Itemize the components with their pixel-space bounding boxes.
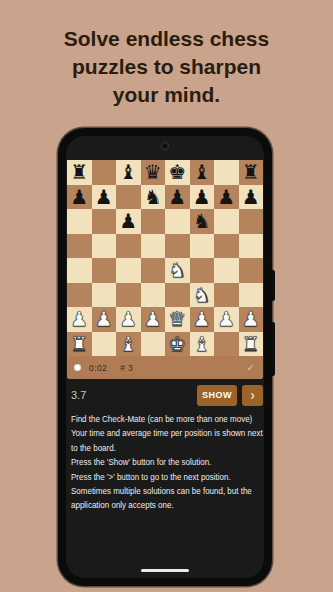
square-h8[interactable]: ♜ [239, 160, 264, 185]
square-b8[interactable] [92, 160, 117, 185]
next-button[interactable]: › [242, 385, 263, 406]
square-f3[interactable]: ♞ [190, 283, 215, 308]
piece-black-bishop: ♝ [193, 160, 211, 185]
square-g1[interactable] [214, 332, 239, 357]
square-d8[interactable]: ♛ [141, 160, 166, 185]
square-d4[interactable] [141, 258, 166, 283]
square-h7[interactable]: ♟ [239, 185, 264, 210]
square-e8[interactable]: ♚ [165, 160, 190, 185]
phone-frame: ♜♝♛♚♝♜♟♟♞♟♟♟♟♟♞♞♞♟♟♟♟♛♟♟♟♜♝♚♝♜ 0:02 # 3 … [58, 128, 272, 586]
check-icon: ✓ [247, 362, 255, 373]
square-f6[interactable]: ♞ [190, 209, 215, 234]
piece-white-rook: ♜ [242, 332, 260, 357]
square-g7[interactable]: ♟ [214, 185, 239, 210]
timer-text: 0:02 [89, 363, 107, 373]
piece-black-pawn: ♟ [70, 185, 88, 210]
square-a6[interactable] [67, 209, 92, 234]
move-status-bar: 0:02 # 3 ✓ [67, 356, 263, 379]
piece-white-pawn: ♟ [119, 307, 137, 332]
square-c6[interactable]: ♟ [116, 209, 141, 234]
headline: Solve endless chess puzzles to sharpen y… [0, 25, 333, 109]
square-a3[interactable] [67, 283, 92, 308]
piece-black-pawn: ♟ [119, 209, 137, 234]
square-b2[interactable]: ♟ [92, 307, 117, 332]
square-e2[interactable]: ♛ [165, 307, 190, 332]
turn-indicator-dot [74, 364, 81, 371]
puzzle-number: # 3 [120, 363, 133, 373]
square-h1[interactable]: ♜ [239, 332, 264, 357]
piece-black-knight: ♞ [144, 185, 162, 210]
average-time-label: 3.7 [71, 389, 86, 401]
piece-white-pawn: ♟ [95, 307, 113, 332]
square-h6[interactable] [239, 209, 264, 234]
square-g5[interactable] [214, 234, 239, 259]
piece-black-pawn: ♟ [242, 185, 260, 210]
square-f1[interactable]: ♝ [190, 332, 215, 357]
square-e4[interactable]: ♞ [165, 258, 190, 283]
square-g4[interactable] [214, 258, 239, 283]
square-a7[interactable]: ♟ [67, 185, 92, 210]
show-button[interactable]: SHOW [197, 385, 237, 406]
square-d7[interactable]: ♞ [141, 185, 166, 210]
square-d1[interactable] [141, 332, 166, 357]
square-b5[interactable] [92, 234, 117, 259]
piece-white-bishop: ♝ [119, 332, 137, 357]
square-a4[interactable] [67, 258, 92, 283]
piece-black-pawn: ♟ [95, 185, 113, 210]
square-f7[interactable]: ♟ [190, 185, 215, 210]
piece-black-pawn: ♟ [193, 185, 211, 210]
square-h4[interactable] [239, 258, 264, 283]
square-g6[interactable] [214, 209, 239, 234]
square-c3[interactable] [116, 283, 141, 308]
home-indicator[interactable] [141, 569, 189, 572]
square-a5[interactable] [67, 234, 92, 259]
phone-screen: ♜♝♛♚♝♜♟♟♞♟♟♟♟♟♞♞♞♟♟♟♟♛♟♟♟♜♝♚♝♜ 0:02 # 3 … [66, 136, 264, 578]
piece-black-queen: ♛ [144, 160, 162, 185]
chevron-right-icon: › [250, 387, 255, 403]
square-b4[interactable] [92, 258, 117, 283]
piece-white-pawn: ♟ [242, 307, 260, 332]
square-d3[interactable] [141, 283, 166, 308]
power-button [272, 270, 275, 301]
chess-board[interactable]: ♜♝♛♚♝♜♟♟♞♟♟♟♟♟♞♞♞♟♟♟♟♛♟♟♟♜♝♚♝♜ [67, 160, 263, 356]
square-h3[interactable] [239, 283, 264, 308]
square-a8[interactable]: ♜ [67, 160, 92, 185]
square-b6[interactable] [92, 209, 117, 234]
square-b1[interactable] [92, 332, 117, 357]
square-h2[interactable]: ♟ [239, 307, 264, 332]
square-d5[interactable] [141, 234, 166, 259]
square-h5[interactable] [239, 234, 264, 259]
piece-white-rook: ♜ [70, 332, 88, 357]
square-g3[interactable] [214, 283, 239, 308]
piece-black-pawn: ♟ [168, 185, 186, 210]
piece-black-rook: ♜ [70, 160, 88, 185]
piece-white-knight: ♞ [168, 258, 186, 283]
square-e5[interactable] [165, 234, 190, 259]
square-c1[interactable]: ♝ [116, 332, 141, 357]
square-c4[interactable] [116, 258, 141, 283]
volume-button [272, 322, 275, 376]
square-a2[interactable]: ♟ [67, 307, 92, 332]
piece-white-pawn: ♟ [70, 307, 88, 332]
square-a1[interactable]: ♜ [67, 332, 92, 357]
square-f2[interactable]: ♟ [190, 307, 215, 332]
controls-row: 3.7 SHOW › [67, 383, 263, 407]
square-f5[interactable] [190, 234, 215, 259]
square-c7[interactable] [116, 185, 141, 210]
square-b3[interactable] [92, 283, 117, 308]
piece-white-king: ♚ [168, 332, 186, 357]
piece-black-pawn: ♟ [217, 185, 235, 210]
piece-black-bishop: ♝ [119, 160, 137, 185]
piece-white-pawn: ♟ [144, 307, 162, 332]
square-g2[interactable]: ♟ [214, 307, 239, 332]
square-d6[interactable] [141, 209, 166, 234]
square-c8[interactable]: ♝ [116, 160, 141, 185]
piece-white-bishop: ♝ [193, 332, 211, 357]
square-c2[interactable]: ♟ [116, 307, 141, 332]
square-f8[interactable]: ♝ [190, 160, 215, 185]
square-c5[interactable] [116, 234, 141, 259]
square-e6[interactable] [165, 209, 190, 234]
square-e7[interactable]: ♟ [165, 185, 190, 210]
piece-black-rook: ♜ [242, 160, 260, 185]
square-d2[interactable]: ♟ [141, 307, 166, 332]
piece-white-knight: ♞ [193, 283, 211, 308]
square-e3[interactable] [165, 283, 190, 308]
square-f4[interactable] [190, 258, 215, 283]
instructions-text: Find the Check-Mate (can be more than on… [71, 412, 264, 513]
square-g8[interactable] [214, 160, 239, 185]
piece-white-pawn: ♟ [193, 307, 211, 332]
piece-white-pawn: ♟ [217, 307, 235, 332]
piece-black-king: ♚ [168, 160, 186, 185]
square-e1[interactable]: ♚ [165, 332, 190, 357]
piece-black-knight: ♞ [193, 209, 211, 234]
piece-white-queen: ♛ [168, 307, 186, 332]
page: Solve endless chess puzzles to sharpen y… [0, 0, 333, 592]
front-camera-icon [161, 142, 169, 150]
square-b7[interactable]: ♟ [92, 185, 117, 210]
